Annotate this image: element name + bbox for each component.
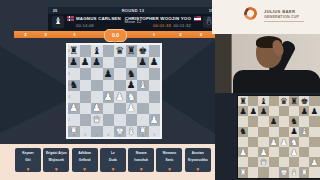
black-piece-a8: ♜ [239,97,247,106]
rank-label-6: 6 [68,72,70,76]
square-e4: ♟ [279,137,289,147]
square-e7[interactable] [114,57,126,69]
white-piece-g5: ♝ [300,127,308,136]
square-f5: ♟ [289,127,299,137]
square-g8[interactable]: ♚ [137,45,149,57]
square-a2 [238,157,248,167]
pairing-card-2[interactable]: AdhibanGelfand▾ [72,148,98,172]
square-d1 [269,167,279,177]
white-piece-g1: ♜ [300,168,308,177]
white-piece-c3: ♟ [92,103,101,113]
square-f5[interactable]: ♟ [126,80,138,92]
file-label-a: a [68,133,80,137]
square-b1 [248,167,258,177]
square-d4: ♟ [269,137,279,147]
square-h7[interactable]: ♟ [149,57,161,69]
file-label-d: d [103,133,115,137]
square-d5[interactable] [103,80,115,92]
pairing-black-name: Ivanchuk [128,158,154,162]
black-piece-c8: ♝ [92,46,101,56]
logo-rule [264,21,304,22]
square-e2 [279,157,289,167]
square-c5[interactable] [91,80,103,92]
rank-label-3: 3 [68,106,70,110]
pairing-black-name: Kryvoruchko [185,158,211,162]
rank-label-5: 5 [68,83,70,87]
square-d6[interactable]: ♟ [103,68,115,80]
square-f1: ♝ [289,167,299,177]
square-c2[interactable]: ♛ [91,114,103,126]
white-piece-e4: ♟ [115,92,124,102]
black-piece-e8: ♛ [280,97,288,106]
square-g5: ♝ [299,127,309,137]
pairing-white-name: Erigaisi Arjun [43,151,69,155]
round-label: ROUND 13 [62,8,204,13]
file-label-b: b [80,133,92,137]
square-g7: ♟ [299,106,309,116]
chevron-down-icon[interactable]: ▾ [15,167,41,172]
chevron-down-icon[interactable]: ▾ [100,167,126,172]
white-piece-a3: ♟ [239,148,247,157]
other-games-bar: KeymerGiri▾Erigaisi ArjunWojtaszek▾Adhib… [15,148,215,172]
square-b2[interactable] [80,114,92,126]
pairing-white-name: Aronian [185,151,211,155]
square-c7[interactable]: ♟ [91,57,103,69]
square-a5: ♞ [238,127,248,137]
square-d8 [269,96,279,106]
square-f4: ♞ [289,137,299,147]
square-b4[interactable] [80,91,92,103]
square-f3[interactable]: ♟ [126,103,138,115]
square-e3 [279,147,289,157]
black-piece-f8: ♜ [127,46,136,56]
square-f2[interactable] [126,114,138,126]
square-d5 [269,127,279,137]
square-f7 [289,106,299,116]
black-piece-a7: ♟ [69,57,78,67]
webcam-door [215,34,232,93]
square-g6[interactable] [137,68,149,80]
black-player-name: CHRISTOPHER WOOJIN YOO [125,16,191,21]
square-c1 [258,167,268,177]
square-g7[interactable]: ♟ [137,57,149,69]
square-d4[interactable]: ♟ [103,91,115,103]
black-piece-g8: ♚ [138,46,147,56]
square-d3[interactable] [103,103,115,115]
white-piece-d4: ♟ [270,138,278,147]
black-piece-c7: ♟ [260,107,268,116]
black-piece-f6: ♞ [290,117,298,126]
black-piece-a5: ♞ [69,80,78,90]
square-d3 [269,147,279,157]
black-piece-g8: ♚ [300,97,308,106]
square-g1: ♜ [299,167,309,177]
square-h4[interactable] [149,91,161,103]
square-g4[interactable] [137,91,149,103]
square-a4 [238,137,248,147]
broadcast-screen: 25 ROUND 13 15 ♝ MAGNUS CARLSEN 00:14:08… [0,0,320,180]
black-piece-d6: ♟ [270,117,278,126]
square-b8 [248,96,258,106]
square-e1: ♚ [279,167,289,177]
chevron-down-icon[interactable]: ▾ [72,167,98,172]
white-piece-f3: ♟ [127,103,136,113]
white-piece-h2: ♟ [311,158,319,167]
black-piece-a5: ♞ [239,127,247,136]
black-piece-f8: ♜ [290,97,298,106]
usa-flag-icon [194,16,201,21]
square-b6[interactable] [80,68,92,80]
eval-tick-2: 1 [73,32,75,37]
pairing-black-name: Gelfand [72,158,98,162]
pairing-card-4[interactable]: NavaraIvanchuk▾ [128,148,154,172]
square-c8: ♝ [258,96,268,106]
square-g3 [299,147,309,157]
eval-tick-1: 2 [45,32,47,37]
square-c2: ♛ [258,157,268,167]
chevron-down-icon[interactable]: ▾ [128,167,154,172]
black-piece-d6: ♟ [104,69,113,79]
square-d8[interactable] [103,45,115,57]
white-piece-g5: ♝ [138,80,147,90]
white-piece-f1: ♝ [290,168,298,177]
square-b5 [248,127,258,137]
black-piece-f5: ♟ [127,80,136,90]
square-b7[interactable]: ♟ [80,57,92,69]
chevron-down-icon[interactable]: ▾ [43,167,69,172]
logo-subtitle: GENERATION CUP [264,15,304,19]
white-piece-e1: ♚ [280,168,288,177]
pairing-black-name: Saric [156,158,182,162]
square-e5 [279,127,289,137]
square-g8: ♚ [299,96,309,106]
square-c3: ♟ [258,147,268,157]
white-piece-c2: ♛ [260,158,268,167]
pairing-card-0[interactable]: KeymerGiri▾ [15,148,41,172]
logo-title: JULIUS BAER [264,9,304,14]
rank-label-7: 7 [68,60,70,64]
square-b8[interactable] [80,45,92,57]
white-piece-f3: ♟ [290,148,298,157]
square-d2 [269,157,279,167]
julius-baer-logo-icon [242,5,259,22]
square-g5[interactable]: ♝ [137,80,149,92]
square-b6 [248,116,258,126]
rank-label-2: 2 [68,118,70,122]
square-e2[interactable] [114,114,126,126]
white-piece-c3: ♟ [260,148,268,157]
white-piece-h2: ♟ [150,115,159,125]
square-a1: ♜ [238,167,248,177]
square-h7: ♟ [309,106,319,116]
square-f3: ♟ [289,147,299,157]
square-g4 [299,137,309,147]
square-f8: ♜ [289,96,299,106]
pairing-white-name: Niemann [156,151,182,155]
square-h2: ♟ [309,157,319,167]
square-c6 [258,116,268,126]
black-piece-c7: ♟ [92,57,101,67]
square-e8[interactable]: ♛ [114,45,126,57]
square-f8[interactable]: ♜ [126,45,138,57]
file-label-h: h [149,133,161,137]
chevron-down-icon[interactable]: ▾ [156,167,182,172]
black-piece-b7: ♟ [249,107,257,116]
square-h6[interactable] [149,68,161,80]
chevron-down-icon[interactable]: ▾ [185,167,211,172]
pairing-black-name: Duda [100,158,126,162]
square-f2 [289,157,299,167]
square-h5[interactable] [149,80,161,92]
square-c8[interactable]: ♝ [91,45,103,57]
square-h3 [309,147,319,157]
square-g3[interactable] [137,103,149,115]
square-h4 [309,137,319,147]
square-g2 [299,157,309,167]
eval-tick-5: 2 [200,32,202,37]
white-piece-f4: ♞ [127,92,136,102]
pairing-card-5[interactable]: NiemannSaric▾ [156,148,182,172]
square-g2[interactable] [137,114,149,126]
square-b7: ♟ [248,106,258,116]
secondary-chess-board: ♜♝♛♜♚♟♟♟♟♟♟♞♞♟♝♟♟♞♟♟♟♛♟♜♚♝♜ [237,95,320,179]
square-a8: ♜ [238,96,248,106]
square-b3 [248,147,258,157]
black-piece-e8: ♛ [115,46,124,56]
square-f6[interactable]: ♞ [126,68,138,80]
square-e6[interactable] [114,68,126,80]
square-b5[interactable] [80,80,92,92]
pairing-white-name: Le [100,151,126,155]
file-label-e: e [114,133,126,137]
black-move-timer: 00:01:33 [153,23,171,28]
square-a7: ♟ [238,106,248,116]
black-piece-f6: ♞ [127,69,136,79]
pairing-card-3[interactable]: LeDuda▾ [100,148,126,172]
black-piece-a7: ♟ [239,107,247,116]
square-f4[interactable]: ♞ [126,91,138,103]
square-d2[interactable] [103,114,115,126]
square-e6 [279,116,289,126]
square-c7: ♟ [258,106,268,116]
square-c4 [258,137,268,147]
square-c5 [258,127,268,137]
white-piece-c2: ♛ [92,115,101,125]
square-c6[interactable] [91,68,103,80]
white-piece-f4: ♞ [290,138,298,147]
square-d7 [269,106,279,116]
square-c4[interactable] [91,91,103,103]
square-h8[interactable] [149,45,161,57]
eval-tick-3: 1 [153,32,155,37]
eval-tick-0: 2 [24,32,26,37]
square-a3: ♟ [238,147,248,157]
eval-tick-4: 2 [179,32,181,37]
square-e5[interactable] [114,80,126,92]
black-piece-g7: ♟ [138,57,147,67]
square-b3[interactable] [80,103,92,115]
main-chess-board[interactable]: ♜♝♛♜♚♟♟♟♟♟♟♞♞♟♝♟♟♞♟♟♟♛♟♜♚♝♜87654321abcde… [68,45,160,137]
pairing-white-name: Adhiban [72,151,98,155]
score-left: 25 [48,8,62,13]
secondary-board-panel: ♜♝♛♜♚♟♟♟♟♟♟♞♞♟♝♟♟♞♟♟♟♛♟♜♚♝♜ [215,93,320,180]
square-e4[interactable]: ♟ [114,91,126,103]
square-h6 [309,116,319,126]
square-h3[interactable] [149,103,161,115]
white-piece-a1: ♜ [239,168,247,177]
square-c3[interactable]: ♟ [91,103,103,115]
pairing-black-name: Giri [15,158,41,162]
black-piece-h7: ♟ [311,107,319,116]
pairing-black-name: Wojtaszek [43,158,69,162]
rank-label-4: 4 [68,95,70,99]
black-piece-h7: ♟ [150,57,159,67]
black-piece-b7: ♟ [81,57,90,67]
square-b2 [248,157,258,167]
square-h1 [309,167,319,177]
file-label-g: g [137,133,149,137]
black-clock: 00:11:32 [173,23,191,28]
white-piece-a3: ♟ [69,103,78,113]
player-webcam [215,34,320,93]
white-piece-d4: ♟ [104,92,113,102]
main-board-frame: ♜♝♛♜♚♟♟♟♟♟♟♞♞♟♝♟♟♞♟♟♟♛♟♜♚♝♜87654321abcde… [66,43,162,139]
square-e3[interactable] [114,103,126,115]
tournament-logo-panel: JULIUS BAER GENERATION CUP [212,0,320,34]
rank-label-8: 8 [68,49,70,53]
pairing-white-name: Navara [128,151,154,155]
square-e8: ♛ [279,96,289,106]
square-d7[interactable] [103,57,115,69]
square-h5 [309,127,319,137]
file-label-c: c [91,133,103,137]
square-f7[interactable] [126,57,138,69]
black-piece-c8: ♝ [260,97,268,106]
pairing-card-6[interactable]: AronianKryvoruchko▾ [185,148,211,172]
white-piece-e4: ♟ [280,138,288,147]
black-piece-a8: ♜ [69,46,78,56]
square-d6: ♟ [269,116,279,126]
square-h8 [309,96,319,106]
black-piece-g7: ♟ [300,107,308,116]
file-label-f: f [126,133,138,137]
square-e7 [279,106,289,116]
square-h2[interactable]: ♟ [149,114,161,126]
square-b4 [248,137,258,147]
pairing-white-name: Keymer [15,151,41,155]
black-piece-f5: ♟ [290,127,298,136]
player-bar: ♝ MAGNUS CARLSEN 00:14:08 Move 12 CHRIST… [48,14,218,31]
pairing-card-1[interactable]: Erigaisi ArjunWojtaszek▾ [43,148,69,172]
